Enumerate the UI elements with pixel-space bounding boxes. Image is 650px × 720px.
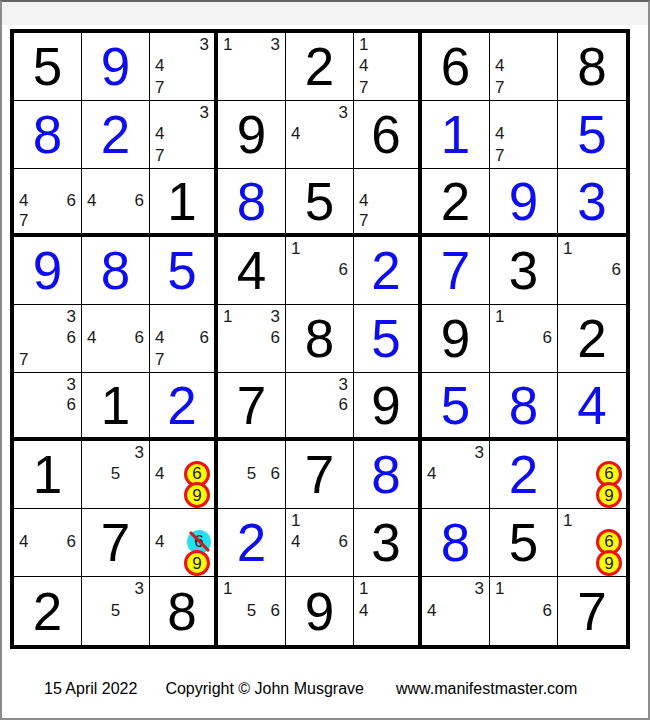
cell-r3c8[interactable]: 9 <box>490 169 558 237</box>
cell-r2c4[interactable]: 9 <box>218 101 286 169</box>
candidate-7[interactable]: 7 <box>19 212 28 229</box>
candidate-6[interactable]: 6 <box>271 465 280 482</box>
candidate-slot-3: 3 <box>58 306 79 327</box>
cell-r7c6[interactable]: 8 <box>354 441 422 509</box>
cell-r4c7[interactable]: 7 <box>422 237 490 305</box>
candidate-slot-4 <box>560 259 581 280</box>
candidate-slot-2 <box>581 238 602 259</box>
candidate-slot-6: 6 <box>58 394 79 414</box>
candidate-slot-5 <box>172 55 192 76</box>
candidate-slot-1 <box>84 306 105 327</box>
cell-r9c6[interactable]: 14 <box>354 577 422 645</box>
cell-r9c3[interactable]: 8 <box>150 577 218 645</box>
candidate-6[interactable]: 6 <box>612 261 621 278</box>
candidate-slot-7 <box>560 281 581 302</box>
candidate-slot-1 <box>152 306 172 327</box>
candidate-slot-4 <box>560 531 580 552</box>
candidate-grid: 147 <box>354 33 418 100</box>
candidate-grid: 16 <box>558 237 626 304</box>
cell-r2c5[interactable]: 34 <box>286 101 354 169</box>
candidate-9[interactable]: 9 <box>604 555 613 572</box>
cell-r5c6[interactable]: 5 <box>354 305 422 373</box>
candidate-slot-3 <box>126 170 147 190</box>
candidate-slot-6 <box>534 55 555 76</box>
candidate-slot-2 <box>170 442 188 463</box>
candidate-6[interactable]: 6 <box>192 465 201 482</box>
candidate-9[interactable]: 9 <box>192 487 201 504</box>
cell-r1c8[interactable]: 47 <box>490 33 558 101</box>
candidate-slot-5 <box>513 123 534 144</box>
candidate-3[interactable]: 3 <box>271 36 280 53</box>
candidate-slot-7 <box>220 77 241 98</box>
cell-r8c4[interactable]: 2 <box>218 509 286 577</box>
candidate-6[interactable]: 6 <box>604 465 613 482</box>
candidate-slot-8 <box>37 349 58 370</box>
cell-r8c7[interactable]: 8 <box>422 509 490 577</box>
candidate-slot-6: 6 <box>534 600 555 622</box>
candidate-slot-9 <box>396 77 416 98</box>
candidate-slot-4 <box>560 463 580 484</box>
candidate-slot-5 <box>105 327 126 348</box>
candidate-slot-2 <box>376 34 396 55</box>
candidate-7[interactable]: 7 <box>359 212 368 229</box>
candidate-slot-7: 7 <box>492 77 513 98</box>
candidate-slot-8 <box>309 415 330 435</box>
candidate-1[interactable]: 1 <box>359 580 368 597</box>
candidate-6[interactable]: 6 <box>200 329 209 346</box>
candidate-4[interactable]: 4 <box>155 329 164 346</box>
candidate-slot-3: 3 <box>466 578 487 600</box>
candidate-4[interactable]: 4 <box>291 125 300 142</box>
cell-r6c7[interactable]: 5 <box>422 373 490 441</box>
cell-r7c3[interactable]: 469 <box>150 441 218 509</box>
candidate-1[interactable]: 1 <box>223 580 232 597</box>
candidate-grid: 136 <box>218 305 285 372</box>
candidate-7[interactable]: 7 <box>155 79 164 96</box>
footer-website: www.manifestmaster.com <box>396 680 577 697</box>
candidate-3[interactable]: 3 <box>271 308 280 325</box>
candidate-4[interactable]: 4 <box>359 192 368 209</box>
sudoku-board: 5934713214764788234793461475467461854729… <box>10 29 630 649</box>
cell-r5c9[interactable]: 2 <box>558 305 626 373</box>
candidate-6[interactable]: 6 <box>271 602 280 619</box>
candidate-slot-5 <box>172 123 192 144</box>
cell-r6c8[interactable]: 8 <box>490 373 558 441</box>
candidate-grid: 347 <box>150 101 214 168</box>
candidate-grid: 469 <box>150 509 214 576</box>
candidate-slot-1 <box>152 34 172 55</box>
candidate-slot-5 <box>309 123 330 144</box>
candidate-slot-4 <box>492 600 513 622</box>
footer: 15 April 2022Copyright © John Musgraveww… <box>44 680 648 698</box>
cell-r5c1[interactable]: 367 <box>14 305 82 373</box>
candidate-slot-2 <box>172 306 192 327</box>
candidate-1[interactable]: 1 <box>563 512 572 529</box>
cell-r8c1[interactable]: 46 <box>14 509 82 577</box>
solved-digit: 2 <box>167 379 196 432</box>
cell-r2c7[interactable]: 1 <box>422 101 490 169</box>
candidate-1[interactable]: 1 <box>495 580 504 597</box>
candidate-slot-1 <box>16 510 37 531</box>
candidate-6[interactable]: 6 <box>339 261 348 278</box>
cell-r7c9[interactable]: 69 <box>558 441 626 509</box>
candidate-4[interactable]: 4 <box>87 192 96 209</box>
candidate-3[interactable]: 3 <box>135 444 144 461</box>
candidate-slot-2 <box>241 34 262 55</box>
solved-digit: 8 <box>237 175 266 228</box>
cell-r7c5[interactable]: 7 <box>286 441 354 509</box>
solved-digit: 8 <box>371 448 400 501</box>
cell-r4c6[interactable]: 2 <box>354 237 422 305</box>
candidate-6[interactable]: 6 <box>135 192 144 209</box>
cell-r5c5[interactable]: 8 <box>286 305 354 373</box>
cell-r4c2[interactable]: 8 <box>82 237 150 305</box>
cell-r2c1[interactable]: 8 <box>14 101 82 169</box>
cell-r7c4[interactable]: 56 <box>218 441 286 509</box>
given-digit: 8 <box>577 40 606 93</box>
candidate-slot-5 <box>309 531 330 552</box>
candidate-slot-4: 4 <box>424 600 445 622</box>
candidate-slot-1: 1 <box>560 510 580 531</box>
candidate-4[interactable]: 4 <box>19 533 28 550</box>
candidate-6[interactable]: 6 <box>67 533 76 550</box>
cell-r9c8[interactable]: 16 <box>490 577 558 645</box>
candidate-slot-7 <box>220 349 241 370</box>
candidate-slot-7 <box>560 553 580 574</box>
candidate-slot-5 <box>513 55 534 76</box>
cell-r6c9[interactable]: 4 <box>558 373 626 441</box>
candidate-7[interactable]: 7 <box>155 351 164 368</box>
candidate-slot-4: 4 <box>16 190 37 210</box>
candidate-9[interactable]: 9 <box>604 487 613 504</box>
candidate-1[interactable]: 1 <box>359 36 368 53</box>
candidate-slot-2 <box>105 578 126 600</box>
given-digit: 8 <box>167 585 196 638</box>
candidate-slot-7: 7 <box>356 211 376 231</box>
solved-digit: 2 <box>371 244 400 297</box>
candidate-6[interactable]: 6 <box>67 329 76 346</box>
cell-r8c6[interactable]: 3 <box>354 509 422 577</box>
candidate-slot-6: 6 <box>603 259 624 280</box>
candidate-slot-4 <box>220 600 241 622</box>
cell-r4c3[interactable]: 5 <box>150 237 218 305</box>
candidate-slot-2 <box>309 102 330 123</box>
candidate-slot-7 <box>356 621 376 643</box>
candidate-7[interactable]: 7 <box>19 351 28 368</box>
candidate-slot-9 <box>466 621 487 643</box>
candidate-slot-5 <box>376 600 396 622</box>
candidate-slot-2 <box>513 102 534 123</box>
given-digit: 1 <box>101 379 130 432</box>
candidate-1[interactable]: 1 <box>495 308 504 325</box>
cell-r7c7[interactable]: 34 <box>422 441 490 509</box>
cell-r9c7[interactable]: 34 <box>422 577 490 645</box>
cell-r8c2[interactable]: 7 <box>82 509 150 577</box>
candidate-9[interactable]: 9 <box>192 555 201 572</box>
cell-r4c9[interactable]: 16 <box>558 237 626 305</box>
cell-r5c4[interactable]: 136 <box>218 305 286 373</box>
candidate-grid: 16 <box>490 305 557 372</box>
candidate-6[interactable]: 6 <box>67 396 76 413</box>
candidate-slot-9: 9 <box>599 485 624 506</box>
candidate-6[interactable]: 6 <box>339 396 348 413</box>
candidate-slot-7: 7 <box>356 77 376 98</box>
candidate-slot-2 <box>376 578 396 600</box>
candidate-slot-4 <box>16 394 37 414</box>
cell-r3c2[interactable]: 46 <box>82 169 150 237</box>
candidate-slot-5 <box>37 190 58 210</box>
cell-r3c7[interactable]: 2 <box>422 169 490 237</box>
cell-r8c9[interactable]: 169 <box>558 509 626 577</box>
cell-r2c2[interactable]: 2 <box>82 101 150 169</box>
candidate-slot-5: 5 <box>105 463 126 484</box>
candidate-slot-9 <box>192 145 212 166</box>
candidate-4[interactable]: 4 <box>19 192 28 209</box>
cell-r6c4[interactable]: 7 <box>218 373 286 441</box>
cell-r2c8[interactable]: 47 <box>490 101 558 169</box>
candidate-3[interactable]: 3 <box>135 580 144 597</box>
solved-digit: 8 <box>33 108 62 161</box>
candidate-slot-4: 4 <box>84 327 105 348</box>
candidate-slot-6 <box>126 463 147 484</box>
candidate-6[interactable]: 6 <box>339 533 348 550</box>
candidate-grid: 14 <box>354 577 418 645</box>
cell-r6c6[interactable]: 9 <box>354 373 422 441</box>
cell-r4c5[interactable]: 16 <box>286 237 354 305</box>
candidate-7[interactable]: 7 <box>359 79 368 96</box>
candidate-slot-4: 4 <box>492 55 513 76</box>
cell-r6c1[interactable]: 36 <box>14 373 82 441</box>
candidate-6[interactable]: 6 <box>271 329 280 346</box>
candidate-1[interactable]: 1 <box>291 240 300 257</box>
candidate-grid: 169 <box>558 509 626 576</box>
candidate-3[interactable]: 3 <box>339 376 348 393</box>
candidate-6[interactable]: 6 <box>543 602 552 619</box>
candidate-7[interactable]: 7 <box>155 147 164 164</box>
candidate-slot-3 <box>192 306 212 327</box>
cell-r5c3[interactable]: 467 <box>150 305 218 373</box>
cell-r3c3[interactable]: 1 <box>150 169 218 237</box>
candidate-5[interactable]: 5 <box>111 602 120 619</box>
candidate-slot-1: 1 <box>288 238 309 259</box>
cell-r6c5[interactable]: 36 <box>286 373 354 441</box>
candidate-4[interactable]: 4 <box>359 57 368 74</box>
candidate-slot-1 <box>424 578 445 600</box>
cell-r9c5[interactable]: 9 <box>286 577 354 645</box>
candidate-slot-7: 7 <box>152 145 172 166</box>
candidate-4[interactable]: 4 <box>155 125 164 142</box>
cell-r4c4[interactable]: 4 <box>218 237 286 305</box>
candidate-3[interactable]: 3 <box>67 308 76 325</box>
candidate-slot-4 <box>492 327 513 348</box>
candidate-grid: 69 <box>558 441 626 508</box>
cell-r3c9[interactable]: 3 <box>558 169 626 237</box>
candidate-grid: 16 <box>286 237 353 304</box>
candidate-slot-9 <box>466 485 487 506</box>
candidate-slot-6 <box>126 600 147 622</box>
candidate-slot-2 <box>105 306 126 327</box>
candidate-slot-4: 4 <box>356 55 376 76</box>
cell-r6c2[interactable]: 1 <box>82 373 150 441</box>
candidate-4[interactable]: 4 <box>495 125 504 142</box>
candidate-slot-1 <box>16 170 37 190</box>
cell-r5c2[interactable]: 46 <box>82 305 150 373</box>
candidate-slot-1: 1 <box>220 578 241 600</box>
cell-r3c5[interactable]: 5 <box>286 169 354 237</box>
cell-r1c3[interactable]: 347 <box>150 33 218 101</box>
cell-r1c2[interactable]: 9 <box>82 33 150 101</box>
candidate-slot-3: 3 <box>126 442 147 463</box>
given-digit: 9 <box>305 585 334 638</box>
candidate-5[interactable]: 5 <box>111 465 120 482</box>
candidate-grid: 47 <box>490 101 557 168</box>
candidate-grid: 34 <box>422 577 489 645</box>
cell-r8c8[interactable]: 5 <box>490 509 558 577</box>
candidate-slot-2 <box>241 442 262 463</box>
candidate-slot-3 <box>396 34 416 55</box>
candidate-1[interactable]: 1 <box>291 512 300 529</box>
candidate-slot-2 <box>172 102 192 123</box>
candidate-slot-3 <box>187 442 212 463</box>
candidate-3[interactable]: 3 <box>475 444 484 461</box>
candidate-1[interactable]: 1 <box>223 308 232 325</box>
candidate-grid: 467 <box>14 169 81 233</box>
cell-r9c1[interactable]: 2 <box>14 577 82 645</box>
candidate-4[interactable]: 4 <box>427 465 436 482</box>
candidate-slot-6: 6 <box>58 190 79 210</box>
cell-r2c3[interactable]: 347 <box>150 101 218 169</box>
candidate-slot-6: 6 <box>330 259 351 280</box>
cell-r4c1[interactable]: 9 <box>14 237 82 305</box>
candidate-3[interactable]: 3 <box>67 376 76 393</box>
cell-r1c7[interactable]: 6 <box>422 33 490 101</box>
candidate-7[interactable]: 7 <box>495 147 504 164</box>
cell-r8c5[interactable]: 146 <box>286 509 354 577</box>
candidate-4[interactable]: 4 <box>495 57 504 74</box>
candidate-7[interactable]: 7 <box>495 79 504 96</box>
cell-r8c3[interactable]: 469 <box>150 509 218 577</box>
candidate-4[interactable]: 4 <box>155 465 164 482</box>
candidate-slot-3 <box>534 578 555 600</box>
cell-r3c4[interactable]: 8 <box>218 169 286 237</box>
candidate-slot-7 <box>84 485 105 506</box>
cell-r7c1[interactable]: 1 <box>14 441 82 509</box>
cell-r1c5[interactable]: 2 <box>286 33 354 101</box>
candidate-slot-3 <box>262 578 283 600</box>
cell-r9c9[interactable]: 7 <box>558 577 626 645</box>
candidate-slot-8 <box>172 145 192 166</box>
candidate-5[interactable]: 5 <box>247 602 256 619</box>
candidate-slot-2 <box>445 578 466 600</box>
solved-digit: 2 <box>509 448 538 501</box>
cell-r4c8[interactable]: 3 <box>490 237 558 305</box>
candidate-5[interactable]: 5 <box>247 465 256 482</box>
candidate-slot-3: 3 <box>192 34 212 55</box>
candidate-6[interactable]: 6 <box>67 192 76 209</box>
candidate-slot-4: 4 <box>288 531 309 552</box>
cell-r7c8[interactable]: 2 <box>490 441 558 509</box>
candidate-slot-3 <box>534 306 555 327</box>
cell-r2c9[interactable]: 5 <box>558 101 626 169</box>
candidate-slot-5 <box>309 259 330 280</box>
candidate-4[interactable]: 4 <box>155 57 164 74</box>
candidate-1[interactable]: 1 <box>223 36 232 53</box>
given-digit: 2 <box>33 585 62 638</box>
candidate-slot-1 <box>16 306 37 327</box>
given-digit: 9 <box>371 379 400 432</box>
candidate-1[interactable]: 1 <box>563 240 572 257</box>
candidate-6[interactable]: 6 <box>604 533 613 550</box>
candidate-grid: 36 <box>14 373 81 437</box>
candidate-3[interactable]: 3 <box>475 580 484 597</box>
cell-r1c6[interactable]: 147 <box>354 33 422 101</box>
given-digit: 9 <box>237 108 266 161</box>
candidate-3[interactable]: 3 <box>200 36 209 53</box>
highlight-circle-yellow: 9 <box>596 482 622 508</box>
highlight-circle-yellow: 9 <box>596 550 622 576</box>
cell-r5c8[interactable]: 16 <box>490 305 558 373</box>
given-digit: 5 <box>33 40 62 93</box>
candidate-slot-3: 3 <box>126 578 147 600</box>
candidate-6[interactable]: 6 <box>543 329 552 346</box>
candidate-4[interactable]: 4 <box>155 533 164 550</box>
candidate-3[interactable]: 3 <box>200 104 209 121</box>
candidate-slot-9 <box>262 77 283 98</box>
candidate-3[interactable]: 3 <box>339 104 348 121</box>
candidate-slot-1 <box>84 170 105 190</box>
candidate-slot-1 <box>16 374 37 394</box>
candidate-slot-4: 4 <box>356 600 376 622</box>
candidate-slot-2 <box>376 170 396 190</box>
candidate-slot-3: 3 <box>466 442 487 463</box>
candidate-slot-5: 5 <box>241 600 262 622</box>
candidate-slot-5: 5 <box>241 463 262 484</box>
candidate-6[interactable]: 6 <box>135 329 144 346</box>
cell-r1c1[interactable]: 5 <box>14 33 82 101</box>
cell-r7c2[interactable]: 35 <box>82 441 150 509</box>
candidate-slot-4: 4 <box>152 123 172 144</box>
cell-r5c7[interactable]: 9 <box>422 305 490 373</box>
candidate-slot-7 <box>84 621 105 643</box>
candidate-slot-5 <box>37 531 58 552</box>
cell-r1c4[interactable]: 13 <box>218 33 286 101</box>
candidate-slot-5 <box>241 55 262 76</box>
candidate-4[interactable]: 4 <box>427 602 436 619</box>
cell-r2c6[interactable]: 6 <box>354 101 422 169</box>
candidate-4[interactable]: 4 <box>87 329 96 346</box>
cell-r1c9[interactable]: 8 <box>558 33 626 101</box>
cell-r6c3[interactable]: 2 <box>150 373 218 441</box>
cell-r3c6[interactable]: 47 <box>354 169 422 237</box>
candidate-slot-7 <box>288 553 309 574</box>
candidate-slot-3 <box>599 510 624 531</box>
candidate-slot-8 <box>105 349 126 370</box>
candidate-slot-5 <box>172 327 192 348</box>
candidate-slot-7: 7 <box>152 349 172 370</box>
candidate-slot-7 <box>492 349 513 370</box>
candidate-slot-7 <box>220 485 241 506</box>
candidate-4[interactable]: 4 <box>359 602 368 619</box>
cell-r9c2[interactable]: 35 <box>82 577 150 645</box>
candidate-slot-3: 3 <box>330 374 351 394</box>
candidate-slot-2 <box>37 170 58 190</box>
candidate-slot-5 <box>445 463 466 484</box>
candidate-slot-1 <box>288 374 309 394</box>
solved-digit: 8 <box>509 379 538 432</box>
cell-r9c4[interactable]: 156 <box>218 577 286 645</box>
cell-r3c1[interactable]: 467 <box>14 169 82 237</box>
candidate-4[interactable]: 4 <box>291 533 300 550</box>
